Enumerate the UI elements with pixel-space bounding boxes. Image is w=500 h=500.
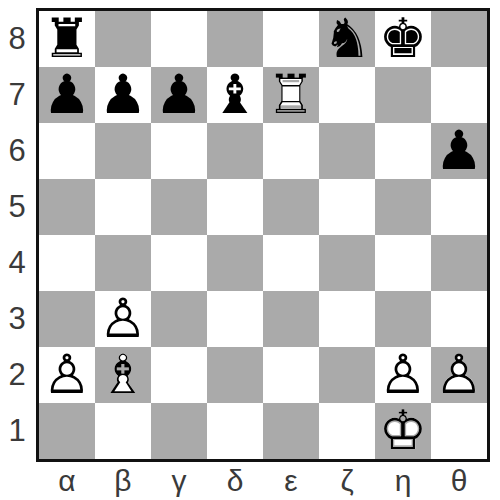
black-pawn-glyph: ♟ bbox=[39, 67, 95, 123]
white-pawn[interactable]: ♟♙ bbox=[431, 347, 487, 403]
black-knight-glyph: ♞ bbox=[319, 11, 375, 67]
black-pawn[interactable]: ♟ bbox=[431, 123, 487, 179]
chess-board: ♜♞♚♟♟♟♝♜♖♟♟♙♟♙♝♗♟♙♟♙♚♔ bbox=[36, 8, 490, 462]
square-β7[interactable]: ♟ bbox=[95, 67, 151, 123]
square-ζ4[interactable] bbox=[319, 235, 375, 291]
square-η8[interactable]: ♚ bbox=[375, 11, 431, 67]
square-η1[interactable]: ♚♔ bbox=[375, 403, 431, 459]
square-γ3[interactable] bbox=[151, 291, 207, 347]
black-knight[interactable]: ♞ bbox=[319, 11, 375, 67]
square-η7[interactable] bbox=[375, 67, 431, 123]
black-pawn-glyph: ♟ bbox=[431, 123, 487, 179]
square-θ5[interactable] bbox=[431, 179, 487, 235]
square-ε8[interactable] bbox=[263, 11, 319, 67]
black-rook[interactable]: ♜ bbox=[39, 11, 95, 67]
square-η5[interactable] bbox=[375, 179, 431, 235]
file-labels: αβγδεζηθ bbox=[39, 463, 487, 499]
square-α8[interactable]: ♜ bbox=[39, 11, 95, 67]
square-γ1[interactable] bbox=[151, 403, 207, 459]
rank-label-2: 2 bbox=[0, 347, 34, 403]
square-ζ5[interactable] bbox=[319, 179, 375, 235]
square-θ3[interactable] bbox=[431, 291, 487, 347]
file-label-γ: γ bbox=[151, 463, 207, 499]
square-η2[interactable]: ♟♙ bbox=[375, 347, 431, 403]
square-α6[interactable] bbox=[39, 123, 95, 179]
white-rook[interactable]: ♜♖ bbox=[263, 67, 319, 123]
black-pawn[interactable]: ♟ bbox=[39, 67, 95, 123]
white-pawn[interactable]: ♟♙ bbox=[375, 347, 431, 403]
square-η3[interactable] bbox=[375, 291, 431, 347]
square-δ2[interactable] bbox=[207, 347, 263, 403]
rank-label-1: 1 bbox=[0, 403, 34, 459]
chess-diagram: 87654321 ♜♞♚♟♟♟♝♜♖♟♟♙♟♙♝♗♟♙♟♙♚♔ αβγδεζηθ bbox=[0, 0, 500, 500]
square-α2[interactable]: ♟♙ bbox=[39, 347, 95, 403]
square-ε3[interactable] bbox=[263, 291, 319, 347]
white-pawn-outline-glyph: ♙ bbox=[375, 347, 431, 403]
square-δ7[interactable]: ♝ bbox=[207, 67, 263, 123]
white-pawn[interactable]: ♟♙ bbox=[95, 291, 151, 347]
square-γ7[interactable]: ♟ bbox=[151, 67, 207, 123]
square-δ3[interactable] bbox=[207, 291, 263, 347]
square-ζ8[interactable]: ♞ bbox=[319, 11, 375, 67]
file-label-ε: ε bbox=[263, 463, 319, 499]
black-pawn[interactable]: ♟ bbox=[95, 67, 151, 123]
black-pawn-glyph: ♟ bbox=[95, 67, 151, 123]
rank-label-6: 6 bbox=[0, 123, 34, 179]
black-rook-glyph: ♜ bbox=[39, 11, 95, 67]
square-β2[interactable]: ♝♗ bbox=[95, 347, 151, 403]
square-ζ7[interactable] bbox=[319, 67, 375, 123]
white-rook-outline-glyph: ♖ bbox=[263, 67, 319, 123]
square-ε4[interactable] bbox=[263, 235, 319, 291]
square-α1[interactable] bbox=[39, 403, 95, 459]
file-label-ζ: ζ bbox=[319, 463, 375, 499]
square-δ1[interactable] bbox=[207, 403, 263, 459]
square-ε1[interactable] bbox=[263, 403, 319, 459]
rank-label-8: 8 bbox=[0, 11, 34, 67]
square-η6[interactable] bbox=[375, 123, 431, 179]
white-pawn-outline-glyph: ♙ bbox=[39, 347, 95, 403]
square-η4[interactable] bbox=[375, 235, 431, 291]
square-β4[interactable] bbox=[95, 235, 151, 291]
white-king[interactable]: ♚♔ bbox=[375, 403, 431, 459]
black-pawn[interactable]: ♟ bbox=[151, 67, 207, 123]
rank-labels: 87654321 bbox=[0, 11, 34, 459]
file-label-δ: δ bbox=[207, 463, 263, 499]
white-pawn-outline-glyph: ♙ bbox=[431, 347, 487, 403]
black-pawn-glyph: ♟ bbox=[151, 67, 207, 123]
square-δ6[interactable] bbox=[207, 123, 263, 179]
square-δ4[interactable] bbox=[207, 235, 263, 291]
square-ζ1[interactable] bbox=[319, 403, 375, 459]
file-label-η: η bbox=[375, 463, 431, 499]
rank-label-4: 4 bbox=[0, 235, 34, 291]
black-king[interactable]: ♚ bbox=[375, 11, 431, 67]
square-γ5[interactable] bbox=[151, 179, 207, 235]
square-θ4[interactable] bbox=[431, 235, 487, 291]
white-bishop[interactable]: ♝♗ bbox=[95, 347, 151, 403]
square-β5[interactable] bbox=[95, 179, 151, 235]
square-β6[interactable] bbox=[95, 123, 151, 179]
square-γ4[interactable] bbox=[151, 235, 207, 291]
white-king-outline-glyph: ♔ bbox=[375, 403, 431, 459]
rank-label-7: 7 bbox=[0, 67, 34, 123]
square-α5[interactable] bbox=[39, 179, 95, 235]
square-ζ2[interactable] bbox=[319, 347, 375, 403]
square-ζ3[interactable] bbox=[319, 291, 375, 347]
square-α3[interactable] bbox=[39, 291, 95, 347]
square-α7[interactable]: ♟ bbox=[39, 67, 95, 123]
square-β3[interactable]: ♟♙ bbox=[95, 291, 151, 347]
file-label-α: α bbox=[39, 463, 95, 499]
square-δ8[interactable] bbox=[207, 11, 263, 67]
square-ε5[interactable] bbox=[263, 179, 319, 235]
square-ε2[interactable] bbox=[263, 347, 319, 403]
white-pawn-outline-glyph: ♙ bbox=[95, 291, 151, 347]
square-ε6[interactable] bbox=[263, 123, 319, 179]
rank-label-5: 5 bbox=[0, 179, 34, 235]
square-θ1[interactable] bbox=[431, 403, 487, 459]
square-δ5[interactable] bbox=[207, 179, 263, 235]
square-γ2[interactable] bbox=[151, 347, 207, 403]
square-γ6[interactable] bbox=[151, 123, 207, 179]
square-β8[interactable] bbox=[95, 11, 151, 67]
square-α4[interactable] bbox=[39, 235, 95, 291]
black-bishop-glyph: ♝ bbox=[207, 67, 263, 123]
white-bishop-outline-glyph: ♗ bbox=[95, 347, 151, 403]
square-γ8[interactable] bbox=[151, 11, 207, 67]
square-θ8[interactable] bbox=[431, 11, 487, 67]
square-θ6[interactable]: ♟ bbox=[431, 123, 487, 179]
black-king-glyph: ♚ bbox=[375, 11, 431, 67]
rank-label-3: 3 bbox=[0, 291, 34, 347]
file-label-θ: θ bbox=[431, 463, 487, 499]
square-β1[interactable] bbox=[95, 403, 151, 459]
white-pawn[interactable]: ♟♙ bbox=[39, 347, 95, 403]
square-θ2[interactable]: ♟♙ bbox=[431, 347, 487, 403]
square-ζ6[interactable] bbox=[319, 123, 375, 179]
black-bishop[interactable]: ♝ bbox=[207, 67, 263, 123]
file-label-β: β bbox=[95, 463, 151, 499]
square-ε7[interactable]: ♜♖ bbox=[263, 67, 319, 123]
square-θ7[interactable] bbox=[431, 67, 487, 123]
